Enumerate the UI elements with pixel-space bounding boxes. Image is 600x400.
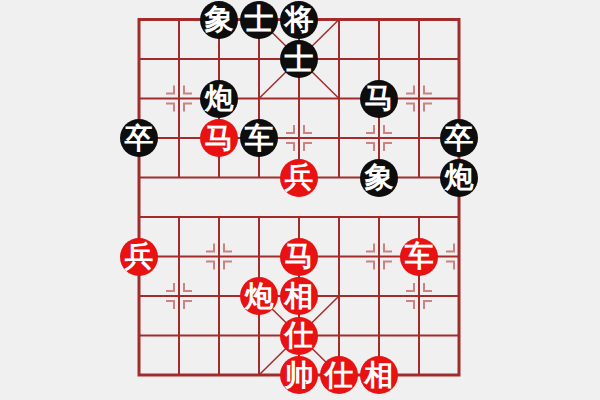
board-point-8-4: 炮 (439, 158, 479, 198)
board-point-4-1: 士 (279, 40, 319, 80)
board-point-2-0: 象 (199, 0, 239, 40)
piece-black-炮[interactable]: 炮 (200, 80, 238, 118)
board-point-4-0: 将 (279, 0, 319, 40)
board-point-2-3: 马 (199, 119, 239, 159)
piece-red-兵[interactable]: 兵 (120, 238, 158, 276)
piece-black-车[interactable]: 车 (240, 119, 278, 157)
board-point-8-3: 卒 (439, 119, 479, 159)
piece-black-士[interactable]: 士 (240, 1, 278, 39)
piece-black-卒[interactable]: 卒 (440, 119, 478, 157)
board-point-0-6: 兵 (119, 237, 159, 277)
piece-red-仕[interactable]: 仕 (320, 356, 358, 394)
piece-black-士[interactable]: 士 (280, 40, 318, 78)
piece-red-车[interactable]: 车 (400, 238, 438, 276)
piece-red-相[interactable]: 相 (360, 356, 398, 394)
xiangqi-board: 象士将士炮马卒马车卒兵象炮兵马车炮相仕帅仕相 (0, 0, 600, 400)
piece-red-马[interactable]: 马 (200, 119, 238, 157)
board-point-3-0: 士 (239, 0, 279, 40)
piece-red-帅[interactable]: 帅 (280, 356, 318, 394)
piece-black-象[interactable]: 象 (200, 1, 238, 39)
piece-red-马[interactable]: 马 (280, 238, 318, 276)
board-point-4-6: 马 (279, 237, 319, 277)
piece-black-象[interactable]: 象 (360, 159, 398, 197)
board-point-4-8: 仕 (279, 316, 319, 356)
board-point-5-9: 仕 (319, 356, 359, 396)
board-point-2-2: 炮 (199, 79, 239, 119)
piece-red-仕[interactable]: 仕 (280, 317, 318, 355)
piece-red-炮[interactable]: 炮 (240, 277, 278, 315)
piece-red-兵[interactable]: 兵 (280, 159, 318, 197)
board-point-6-2: 马 (359, 79, 399, 119)
board-point-6-4: 象 (359, 158, 399, 198)
board-point-4-7: 相 (279, 277, 319, 317)
board-point-3-3: 车 (239, 119, 279, 159)
board-point-4-9: 帅 (279, 356, 319, 396)
board-point-4-4: 兵 (279, 158, 319, 198)
piece-black-卒[interactable]: 卒 (120, 119, 158, 157)
piece-black-马[interactable]: 马 (360, 80, 398, 118)
board-point-6-9: 相 (359, 356, 399, 396)
piece-red-相[interactable]: 相 (280, 277, 318, 315)
piece-black-炮[interactable]: 炮 (440, 159, 478, 197)
board-point-3-7: 炮 (239, 277, 279, 317)
board-point-7-6: 车 (399, 237, 439, 277)
board-point-0-3: 卒 (119, 119, 159, 159)
piece-black-将[interactable]: 将 (280, 1, 318, 39)
pieces-layer: 象士将士炮马卒马车卒兵象炮兵马车炮相仕帅仕相 (119, 0, 479, 395)
